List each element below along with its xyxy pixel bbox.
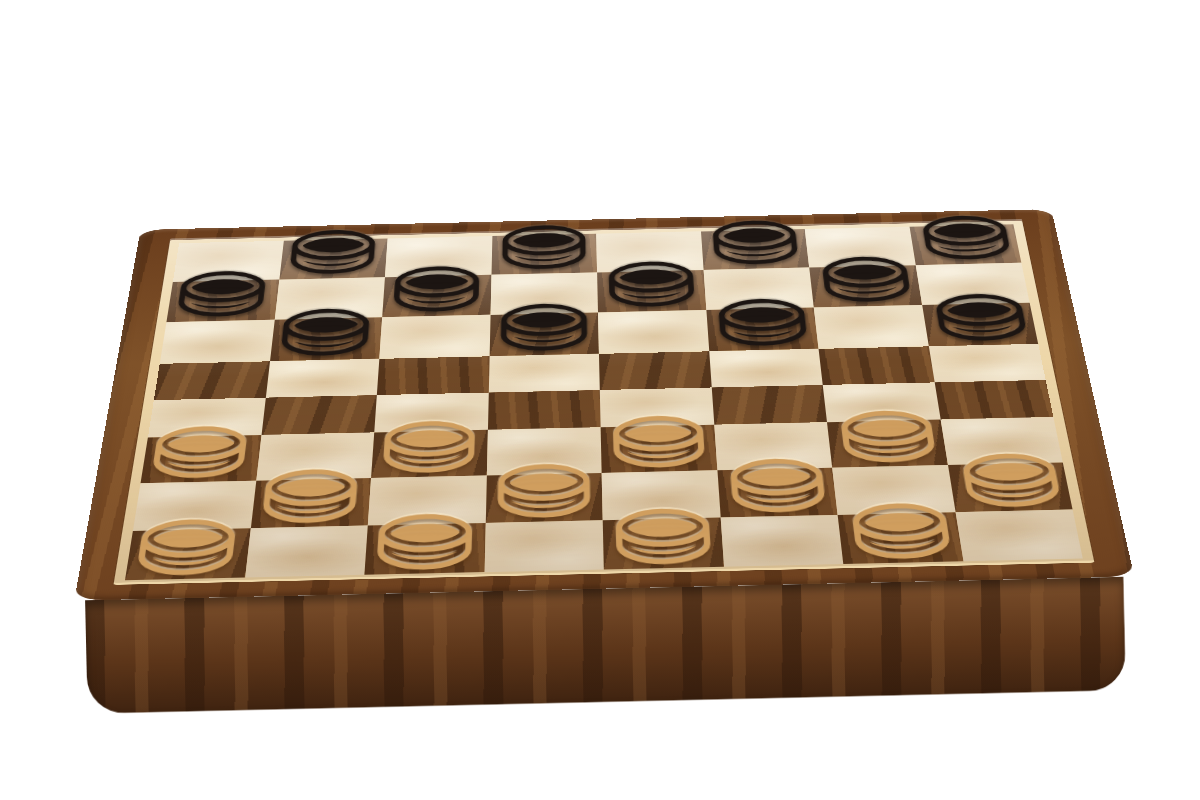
light-checker-r7c2[interactable]: ⛂ [254, 441, 365, 540]
square-r6c1[interactable]: ⛂ [141, 435, 262, 483]
square-r5c4[interactable] [487, 390, 600, 430]
square-r1c4[interactable]: ⛂ [491, 234, 597, 275]
black-checker-r1c8[interactable]: ⛂ [913, 193, 1019, 274]
black-checker-r2c1[interactable]: ⛂ [169, 247, 274, 331]
square-r7c4[interactable]: ⛂ [485, 473, 602, 523]
square-r6c7[interactable]: ⛂ [827, 420, 948, 468]
square-r2c3[interactable]: ⛂ [382, 275, 491, 318]
square-r5c8[interactable] [934, 380, 1053, 420]
black-checker-r1c2[interactable]: ⛂ [283, 207, 382, 288]
square-r1c8[interactable]: ⛂ [909, 224, 1021, 265]
board-maple-border: ⛂⛂⛂⛂⛂⛂⛂⛂⛂⛂⛂⛂⛂⛂⛂⛂⛂⛂⛂⛂⛂⛂⛂⛂ [114, 221, 1095, 585]
checkers-board: ⛂⛂⛂⛂⛂⛂⛂⛂⛂⛂⛂⛂⛂⛂⛂⛂⛂⛂⛂⛂⛂⛂⛂⛂ [74, 209, 1134, 600]
light-checker-r6c7[interactable]: ⛂ [831, 383, 944, 478]
square-r7c2[interactable]: ⛂ [250, 478, 371, 528]
square-r8c3[interactable]: ⛂ [364, 523, 485, 575]
checkers-photo-scene: ⛂⛂⛂⛂⛂⛂⛂⛂⛂⛂⛂⛂⛂⛂⛂⛂⛂⛂⛂⛂⛂⛂⛂⛂ [0, 0, 1200, 800]
light-checker-r8c3[interactable]: ⛂ [370, 485, 478, 588]
black-checker-r3c4[interactable]: ⛂ [495, 279, 592, 366]
black-checker-r3c8[interactable]: ⛂ [925, 269, 1036, 355]
black-checker-r3c6[interactable]: ⛂ [711, 274, 814, 361]
square-r5c6[interactable] [711, 385, 827, 425]
light-checker-r6c1[interactable]: ⛂ [143, 399, 256, 495]
square-r8c1[interactable]: ⛂ [125, 528, 250, 580]
square-r2c1[interactable]: ⛂ [166, 280, 279, 323]
light-checker-r8c1[interactable]: ⛂ [128, 490, 245, 593]
light-checker-r8c5[interactable]: ⛂ [609, 479, 717, 582]
square-r8c7[interactable]: ⛂ [838, 512, 963, 564]
black-checker-r2c7[interactable]: ⛂ [814, 233, 919, 317]
camera-tilt-wrapper: ⛂⛂⛂⛂⛂⛂⛂⛂⛂⛂⛂⛂⛂⛂⛂⛂⛂⛂⛂⛂⛂⛂⛂⛂ [0, 0, 1200, 800]
black-checker-r1c4[interactable]: ⛂ [497, 202, 590, 283]
square-r3c2[interactable]: ⛂ [270, 317, 383, 361]
black-checker-r2c5[interactable]: ⛂ [603, 237, 700, 321]
board-grid: ⛂⛂⛂⛂⛂⛂⛂⛂⛂⛂⛂⛂⛂⛂⛂⛂⛂⛂⛂⛂⛂⛂⛂⛂ [125, 224, 1083, 580]
light-checker-r7c4[interactable]: ⛂ [492, 436, 596, 535]
light-checker-r6c3[interactable]: ⛂ [376, 394, 480, 490]
light-checker-r7c6[interactable]: ⛂ [722, 430, 832, 529]
square-r2c5[interactable]: ⛂ [597, 270, 706, 312]
square-r1c2[interactable]: ⛂ [279, 238, 388, 279]
board-front-edge [85, 577, 1126, 714]
square-r6c3[interactable]: ⛂ [371, 430, 487, 478]
square-r3c4[interactable]: ⛂ [489, 312, 599, 356]
square-r2c7[interactable]: ⛂ [809, 265, 921, 307]
square-r6c5[interactable]: ⛂ [601, 425, 717, 473]
square-r3c8[interactable]: ⛂ [922, 303, 1038, 347]
square-r8c5[interactable]: ⛂ [603, 518, 724, 570]
square-r7c8[interactable]: ⛂ [948, 462, 1073, 512]
black-checker-r2c3[interactable]: ⛂ [387, 242, 484, 326]
square-r3c6[interactable]: ⛂ [706, 308, 819, 352]
light-checker-r6c5[interactable]: ⛂ [607, 389, 711, 484]
square-r1c6[interactable]: ⛂ [701, 229, 810, 270]
square-r5c2[interactable] [261, 395, 377, 435]
black-checker-r1c6[interactable]: ⛂ [706, 197, 805, 278]
light-checker-r7c8[interactable]: ⛂ [951, 425, 1070, 524]
black-checker-r3c2[interactable]: ⛂ [273, 284, 376, 371]
square-r7c6[interactable]: ⛂ [717, 468, 838, 518]
light-checker-r8c7[interactable]: ⛂ [842, 474, 959, 576]
